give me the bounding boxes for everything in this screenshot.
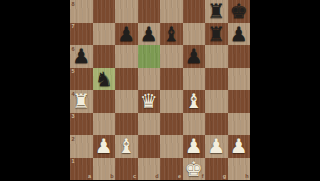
black-pawn-piece[interactable]: ♟ xyxy=(140,23,158,46)
square-g5[interactable] xyxy=(205,68,228,91)
white-pawn-piece[interactable]: ♟ xyxy=(207,135,225,158)
square-g6[interactable] xyxy=(205,45,228,68)
square-e4[interactable] xyxy=(160,90,183,113)
square-e5[interactable] xyxy=(160,68,183,91)
square-a6[interactable]: 6♟ xyxy=(70,45,93,68)
square-b8[interactable] xyxy=(93,0,116,23)
file-label-a: a xyxy=(88,174,91,180)
black-rook-piece[interactable]: ♜ xyxy=(207,0,225,23)
square-d4[interactable]: ♛ xyxy=(138,90,161,113)
square-c6[interactable] xyxy=(115,45,138,68)
square-g3[interactable] xyxy=(205,113,228,136)
file-label-h: h xyxy=(245,174,248,180)
file-label-e: e xyxy=(178,174,181,180)
square-h5[interactable] xyxy=(228,68,251,91)
square-a2[interactable]: 2 xyxy=(70,135,93,158)
square-c8[interactable] xyxy=(115,0,138,23)
square-a3[interactable]: 3 xyxy=(70,113,93,136)
black-pawn-piece[interactable]: ♟ xyxy=(117,23,135,46)
square-d1[interactable]: d xyxy=(138,158,161,181)
square-b5[interactable]: ♞ xyxy=(93,68,116,91)
square-f7[interactable] xyxy=(183,23,206,46)
white-bishop-piece[interactable]: ♝ xyxy=(185,90,203,113)
square-d8[interactable] xyxy=(138,0,161,23)
rank-label-2: 2 xyxy=(72,137,75,143)
square-h6[interactable] xyxy=(228,45,251,68)
square-a5[interactable]: 5 xyxy=(70,68,93,91)
square-b2[interactable]: ♟ xyxy=(93,135,116,158)
black-bishop-piece[interactable]: ♝ xyxy=(162,23,180,46)
square-h4[interactable] xyxy=(228,90,251,113)
square-e3[interactable] xyxy=(160,113,183,136)
square-a4[interactable]: 4♜ xyxy=(70,90,93,113)
square-b6[interactable] xyxy=(93,45,116,68)
file-label-g: g xyxy=(223,174,226,180)
square-e7[interactable]: ♝ xyxy=(160,23,183,46)
square-f4[interactable]: ♝ xyxy=(183,90,206,113)
square-d7[interactable]: ♟ xyxy=(138,23,161,46)
square-f1[interactable]: f♚ xyxy=(183,158,206,181)
white-queen-piece[interactable]: ♛ xyxy=(140,90,158,113)
rank-label-8: 8 xyxy=(72,2,75,8)
square-g8[interactable]: ♜ xyxy=(205,0,228,23)
file-label-d: d xyxy=(155,174,158,180)
square-d5[interactable] xyxy=(138,68,161,91)
square-e6[interactable] xyxy=(160,45,183,68)
rank-label-1: 1 xyxy=(72,159,75,165)
square-e1[interactable]: e xyxy=(160,158,183,181)
square-c4[interactable] xyxy=(115,90,138,113)
square-f8[interactable] xyxy=(183,0,206,23)
square-c7[interactable]: ♟ xyxy=(115,23,138,46)
black-knight-piece[interactable]: ♞ xyxy=(95,68,113,91)
file-label-c: c xyxy=(133,174,136,180)
square-h8[interactable]: ♚ xyxy=(228,0,251,23)
letterbox-background: 8♜♚7♟♟♝♜♟6♟♟5♞4♜♛♝32♟♝♟♟♟1abcdef♚gh xyxy=(0,0,320,180)
white-rook-piece[interactable]: ♜ xyxy=(72,90,90,113)
square-f6[interactable]: ♟ xyxy=(183,45,206,68)
chess-board[interactable]: 8♜♚7♟♟♝♜♟6♟♟5♞4♜♛♝32♟♝♟♟♟1abcdef♚gh xyxy=(70,0,250,180)
square-c3[interactable] xyxy=(115,113,138,136)
square-g1[interactable]: g xyxy=(205,158,228,181)
square-h7[interactable]: ♟ xyxy=(228,23,251,46)
square-c1[interactable]: c xyxy=(115,158,138,181)
square-f3[interactable] xyxy=(183,113,206,136)
square-d2[interactable] xyxy=(138,135,161,158)
square-g4[interactable] xyxy=(205,90,228,113)
black-pawn-piece[interactable]: ♟ xyxy=(72,45,90,68)
rank-label-3: 3 xyxy=(72,114,75,120)
square-f5[interactable] xyxy=(183,68,206,91)
square-b4[interactable] xyxy=(93,90,116,113)
square-b3[interactable] xyxy=(93,113,116,136)
square-e2[interactable] xyxy=(160,135,183,158)
square-f2[interactable]: ♟ xyxy=(183,135,206,158)
black-pawn-piece[interactable]: ♟ xyxy=(185,45,203,68)
white-pawn-piece[interactable]: ♟ xyxy=(95,135,113,158)
white-pawn-piece[interactable]: ♟ xyxy=(230,135,248,158)
square-d6[interactable] xyxy=(138,45,161,68)
black-king-piece[interactable]: ♚ xyxy=(230,0,248,23)
white-king-piece[interactable]: ♚ xyxy=(185,158,203,181)
file-label-b: b xyxy=(110,174,113,180)
square-h3[interactable] xyxy=(228,113,251,136)
square-b7[interactable] xyxy=(93,23,116,46)
square-g7[interactable]: ♜ xyxy=(205,23,228,46)
square-h2[interactable]: ♟ xyxy=(228,135,251,158)
square-a1[interactable]: 1a xyxy=(70,158,93,181)
square-a8[interactable]: 8 xyxy=(70,0,93,23)
square-h1[interactable]: h xyxy=(228,158,251,181)
square-c5[interactable] xyxy=(115,68,138,91)
rank-label-7: 7 xyxy=(72,24,75,30)
black-rook-piece[interactable]: ♜ xyxy=(207,23,225,46)
white-bishop-piece[interactable]: ♝ xyxy=(117,135,135,158)
square-a7[interactable]: 7 xyxy=(70,23,93,46)
rank-label-5: 5 xyxy=(72,69,75,75)
square-d3[interactable] xyxy=(138,113,161,136)
square-c2[interactable]: ♝ xyxy=(115,135,138,158)
white-pawn-piece[interactable]: ♟ xyxy=(185,135,203,158)
square-g2[interactable]: ♟ xyxy=(205,135,228,158)
square-b1[interactable]: b xyxy=(93,158,116,181)
black-pawn-piece[interactable]: ♟ xyxy=(230,23,248,46)
square-e8[interactable] xyxy=(160,0,183,23)
